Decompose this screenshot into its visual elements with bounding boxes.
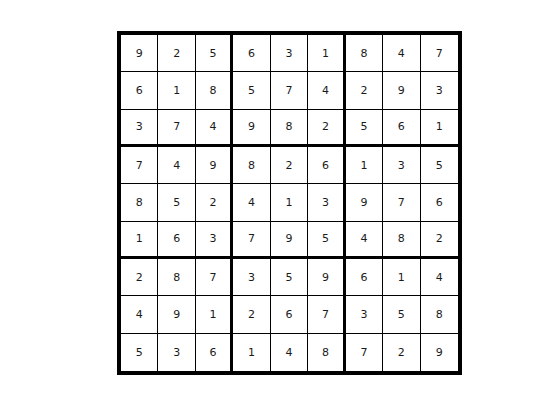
sudoku-cell-r8c9: 8	[421, 296, 458, 333]
sudoku-cell-r8c8: 5	[383, 296, 420, 333]
sudoku-cell-r7c4: 3	[233, 259, 270, 296]
sudoku-cell-r1c4: 6	[233, 35, 270, 72]
sudoku-cell-r6c7: 4	[346, 222, 383, 259]
sudoku-cell-r5c2: 5	[158, 184, 195, 221]
sudoku-cell-r3c9: 1	[421, 110, 458, 147]
sudoku-cell-r2c6: 4	[308, 72, 345, 109]
sudoku-cell-r4c9: 5	[421, 147, 458, 184]
sudoku-cell-r6c5: 9	[271, 222, 308, 259]
sudoku-cell-r4c5: 2	[271, 147, 308, 184]
sudoku-cell-r2c9: 3	[421, 72, 458, 109]
sudoku-cell-r8c1: 4	[121, 296, 158, 333]
sudoku-board: 9256318476185742933749825617498261358524…	[117, 31, 462, 375]
sudoku-cell-r1c6: 1	[308, 35, 345, 72]
sudoku-cell-r4c6: 6	[308, 147, 345, 184]
sudoku-cell-r1c1: 9	[121, 35, 158, 72]
sudoku-cell-r7c5: 5	[271, 259, 308, 296]
sudoku-cell-r9c5: 4	[271, 334, 308, 371]
sudoku-cell-r1c2: 2	[158, 35, 195, 72]
sudoku-cell-r6c6: 5	[308, 222, 345, 259]
sudoku-cell-r3c6: 2	[308, 110, 345, 147]
sudoku-cell-r5c6: 3	[308, 184, 345, 221]
sudoku-cell-r7c2: 8	[158, 259, 195, 296]
sudoku-cell-r2c3: 8	[196, 72, 233, 109]
sudoku-cell-r7c8: 1	[383, 259, 420, 296]
sudoku-cell-r3c2: 7	[158, 110, 195, 147]
sudoku-cell-r7c9: 4	[421, 259, 458, 296]
page-canvas: 9256318476185742933749825617498261358524…	[0, 0, 560, 420]
sudoku-cell-r6c2: 6	[158, 222, 195, 259]
sudoku-cell-r5c4: 4	[233, 184, 270, 221]
sudoku-cell-r7c7: 6	[346, 259, 383, 296]
sudoku-cell-r2c5: 7	[271, 72, 308, 109]
sudoku-cell-r1c7: 8	[346, 35, 383, 72]
sudoku-cell-r8c7: 3	[346, 296, 383, 333]
sudoku-cell-r4c3: 9	[196, 147, 233, 184]
sudoku-cell-r9c7: 7	[346, 334, 383, 371]
sudoku-cell-r3c8: 6	[383, 110, 420, 147]
sudoku-cell-r1c9: 7	[421, 35, 458, 72]
sudoku-cell-r4c1: 7	[121, 147, 158, 184]
sudoku-cell-r2c2: 1	[158, 72, 195, 109]
sudoku-cell-r6c1: 1	[121, 222, 158, 259]
sudoku-cell-r3c3: 4	[196, 110, 233, 147]
sudoku-cell-r5c9: 6	[421, 184, 458, 221]
sudoku-cell-r3c4: 9	[233, 110, 270, 147]
sudoku-cell-r8c6: 7	[308, 296, 345, 333]
sudoku-cell-r9c2: 3	[158, 334, 195, 371]
sudoku-cell-r9c3: 6	[196, 334, 233, 371]
sudoku-cell-r7c3: 7	[196, 259, 233, 296]
sudoku-cell-r3c5: 8	[271, 110, 308, 147]
sudoku-cell-r9c8: 2	[383, 334, 420, 371]
sudoku-cell-r4c4: 8	[233, 147, 270, 184]
sudoku-cell-r9c1: 5	[121, 334, 158, 371]
sudoku-cell-r6c3: 3	[196, 222, 233, 259]
sudoku-cell-r8c3: 1	[196, 296, 233, 333]
sudoku-cell-r5c1: 8	[121, 184, 158, 221]
sudoku-cell-r2c8: 9	[383, 72, 420, 109]
sudoku-cell-r7c1: 2	[121, 259, 158, 296]
sudoku-cell-r5c5: 1	[271, 184, 308, 221]
sudoku-cell-r3c7: 5	[346, 110, 383, 147]
sudoku-cell-r4c7: 1	[346, 147, 383, 184]
sudoku-cell-r4c2: 4	[158, 147, 195, 184]
sudoku-cell-r2c7: 2	[346, 72, 383, 109]
sudoku-cell-r9c9: 9	[421, 334, 458, 371]
sudoku-cell-r5c7: 9	[346, 184, 383, 221]
sudoku-cell-r2c4: 5	[233, 72, 270, 109]
sudoku-cell-r2c1: 6	[121, 72, 158, 109]
sudoku-cell-r9c6: 8	[308, 334, 345, 371]
sudoku-cell-r1c8: 4	[383, 35, 420, 72]
sudoku-cell-r6c8: 8	[383, 222, 420, 259]
sudoku-cell-r8c4: 2	[233, 296, 270, 333]
sudoku-cell-r5c8: 7	[383, 184, 420, 221]
sudoku-cell-r7c6: 9	[308, 259, 345, 296]
sudoku-cell-r3c1: 3	[121, 110, 158, 147]
sudoku-cell-r4c8: 3	[383, 147, 420, 184]
sudoku-cell-r5c3: 2	[196, 184, 233, 221]
sudoku-cell-r9c4: 1	[233, 334, 270, 371]
sudoku-cell-r1c5: 3	[271, 35, 308, 72]
sudoku-cell-r8c2: 9	[158, 296, 195, 333]
sudoku-cell-r6c9: 2	[421, 222, 458, 259]
sudoku-cell-r8c5: 6	[271, 296, 308, 333]
sudoku-cell-r1c3: 5	[196, 35, 233, 72]
sudoku-cell-r6c4: 7	[233, 222, 270, 259]
